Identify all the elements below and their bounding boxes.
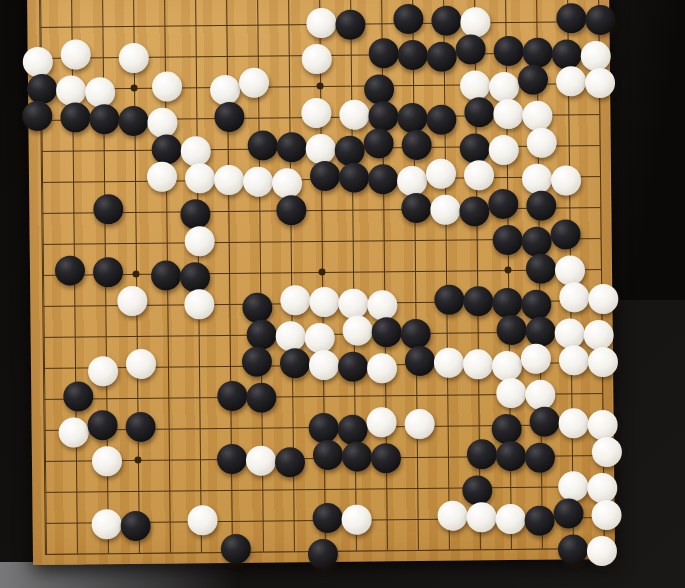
white-stone[interactable]	[23, 47, 53, 77]
white-stone[interactable]	[92, 446, 122, 476]
black-stone[interactable]	[558, 534, 588, 564]
star-point	[132, 270, 139, 277]
white-stone[interactable]	[341, 504, 371, 534]
black-stone[interactable]	[217, 381, 247, 411]
black-stone[interactable]	[522, 227, 552, 257]
black-stone[interactable]	[405, 346, 435, 376]
black-stone[interactable]	[364, 74, 394, 104]
black-stone[interactable]	[214, 102, 244, 132]
star-point	[131, 84, 138, 91]
white-stone[interactable]	[527, 128, 557, 158]
white-stone[interactable]	[404, 409, 434, 439]
black-stone[interactable]	[524, 506, 554, 536]
white-stone[interactable]	[558, 408, 588, 438]
black-stone[interactable]	[180, 199, 210, 229]
white-stone[interactable]	[305, 323, 335, 353]
white-stone[interactable]	[489, 135, 519, 165]
black-stone[interactable]	[151, 260, 181, 290]
white-stone[interactable]	[246, 445, 276, 475]
white-stone[interactable]	[61, 39, 91, 69]
white-stone[interactable]	[558, 471, 588, 501]
black-stone[interactable]	[521, 290, 551, 320]
white-stone[interactable]	[306, 134, 336, 164]
black-stone[interactable]	[246, 382, 276, 412]
black-stone[interactable]	[456, 34, 486, 64]
white-stone[interactable]	[555, 318, 585, 348]
white-stone[interactable]	[56, 75, 86, 105]
white-stone[interactable]	[152, 71, 182, 101]
floor-surface	[0, 562, 240, 588]
black-stone[interactable]	[467, 439, 497, 469]
black-stone[interactable]	[402, 130, 432, 160]
black-stone[interactable]	[426, 105, 456, 135]
black-stone[interactable]	[93, 194, 123, 224]
black-stone[interactable]	[55, 255, 85, 285]
background-shadow	[605, 0, 685, 300]
white-stone[interactable]	[309, 350, 339, 380]
white-stone[interactable]	[556, 66, 586, 96]
black-stone[interactable]	[462, 475, 492, 505]
white-stone[interactable]	[521, 344, 551, 374]
black-stone[interactable]	[87, 410, 117, 440]
white-stone[interactable]	[559, 282, 589, 312]
white-stone[interactable]	[434, 348, 464, 378]
black-stone[interactable]	[125, 412, 155, 442]
white-stone[interactable]	[306, 8, 336, 38]
black-stone[interactable]	[63, 381, 93, 411]
black-stone[interactable]	[180, 262, 210, 292]
white-stone[interactable]	[591, 500, 621, 530]
black-stone[interactable]	[525, 317, 555, 347]
black-stone[interactable]	[368, 101, 398, 131]
white-stone[interactable]	[464, 160, 494, 190]
white-stone[interactable]	[91, 509, 121, 539]
white-stone[interactable]	[463, 349, 493, 379]
white-stone[interactable]	[430, 195, 460, 225]
white-stone[interactable]	[214, 165, 244, 195]
white-stone[interactable]	[309, 287, 339, 317]
black-stone[interactable]	[368, 164, 398, 194]
white-stone[interactable]	[88, 356, 118, 386]
white-stone[interactable]	[495, 504, 525, 534]
black-stone[interactable]	[342, 441, 372, 471]
black-stone[interactable]	[496, 315, 526, 345]
star-point	[317, 82, 324, 89]
black-stone[interactable]	[525, 443, 555, 473]
black-stone[interactable]	[526, 191, 556, 221]
black-stone[interactable]	[248, 130, 278, 160]
white-stone[interactable]	[522, 101, 552, 131]
black-stone[interactable]	[339, 162, 369, 192]
white-stone[interactable]	[272, 168, 302, 198]
black-stone[interactable]	[523, 38, 553, 68]
black-stone[interactable]	[496, 441, 526, 471]
black-stone[interactable]	[338, 415, 368, 445]
white-stone[interactable]	[496, 378, 526, 408]
white-stone[interactable]	[184, 289, 214, 319]
black-stone[interactable]	[280, 348, 310, 378]
white-stone[interactable]	[588, 347, 618, 377]
black-stone[interactable]	[550, 219, 580, 249]
white-stone[interactable]	[342, 315, 372, 345]
white-stone[interactable]	[587, 410, 617, 440]
white-stone[interactable]	[147, 162, 177, 192]
black-stone[interactable]	[393, 4, 423, 34]
white-stone[interactable]	[119, 43, 149, 73]
white-stone[interactable]	[492, 351, 522, 381]
white-stone[interactable]	[426, 159, 456, 189]
black-stone[interactable]	[277, 132, 307, 162]
black-stone[interactable]	[275, 447, 305, 477]
white-stone[interactable]	[460, 7, 490, 37]
black-stone[interactable]	[364, 128, 394, 158]
white-stone[interactable]	[210, 75, 240, 105]
white-stone[interactable]	[367, 353, 397, 383]
black-stone[interactable]	[401, 319, 431, 349]
white-stone[interactable]	[522, 164, 552, 194]
white-stone[interactable]	[147, 107, 177, 137]
white-stone[interactable]	[581, 41, 611, 71]
white-stone[interactable]	[126, 349, 156, 379]
photo-scene	[0, 0, 685, 588]
board-grid[interactable]	[39, 0, 605, 555]
black-stone[interactable]	[312, 503, 342, 533]
black-stone[interactable]	[556, 3, 586, 33]
black-stone[interactable]	[371, 317, 401, 347]
black-stone[interactable]	[308, 413, 338, 443]
white-stone[interactable]	[185, 163, 215, 193]
black-stone[interactable]	[553, 498, 583, 528]
black-stone[interactable]	[431, 6, 461, 36]
white-stone[interactable]	[301, 98, 331, 128]
black-stone[interactable]	[118, 106, 148, 136]
black-stone[interactable]	[308, 539, 338, 569]
black-stone[interactable]	[221, 534, 251, 564]
black-stone[interactable]	[398, 40, 428, 70]
black-stone[interactable]	[242, 347, 272, 377]
black-stone[interactable]	[464, 97, 494, 127]
black-stone[interactable]	[310, 161, 340, 191]
black-stone[interactable]	[526, 254, 556, 284]
white-stone[interactable]	[181, 136, 211, 166]
black-stone[interactable]	[492, 414, 522, 444]
white-stone[interactable]	[588, 284, 618, 314]
black-stone[interactable]	[22, 101, 52, 131]
white-stone[interactable]	[59, 417, 89, 447]
white-stone[interactable]	[466, 502, 496, 532]
black-stone[interactable]	[585, 5, 615, 35]
white-stone[interactable]	[460, 70, 490, 100]
black-stone[interactable]	[152, 134, 182, 164]
white-stone[interactable]	[559, 345, 589, 375]
white-stone[interactable]	[555, 255, 585, 285]
white-stone[interactable]	[587, 536, 617, 566]
white-stone[interactable]	[85, 77, 115, 107]
white-stone[interactable]	[276, 321, 306, 351]
black-stone[interactable]	[93, 257, 123, 287]
black-stone[interactable]	[121, 511, 151, 541]
black-stone[interactable]	[338, 352, 368, 382]
black-stone[interactable]	[492, 288, 522, 318]
black-stone[interactable]	[552, 39, 582, 69]
black-stone[interactable]	[493, 225, 523, 255]
black-stone[interactable]	[242, 293, 272, 323]
black-stone[interactable]	[401, 193, 431, 223]
black-stone[interactable]	[89, 104, 119, 134]
black-stone[interactable]	[313, 440, 343, 470]
white-stone[interactable]	[302, 44, 332, 74]
white-stone[interactable]	[585, 68, 615, 98]
black-stone[interactable]	[529, 407, 559, 437]
white-stone[interactable]	[367, 290, 397, 320]
white-stone[interactable]	[493, 99, 523, 129]
white-stone[interactable]	[280, 285, 310, 315]
black-stone[interactable]	[27, 74, 57, 104]
black-stone[interactable]	[371, 443, 401, 473]
white-stone[interactable]	[339, 99, 369, 129]
white-stone[interactable]	[366, 407, 396, 437]
white-stone[interactable]	[243, 166, 273, 196]
black-stone[interactable]	[60, 102, 90, 132]
black-stone[interactable]	[427, 42, 457, 72]
star-point	[504, 267, 511, 274]
white-stone[interactable]	[338, 289, 368, 319]
black-stone[interactable]	[460, 133, 490, 163]
black-stone[interactable]	[434, 285, 464, 315]
black-stone[interactable]	[494, 36, 524, 66]
black-stone[interactable]	[488, 189, 518, 219]
black-stone[interactable]	[518, 65, 548, 95]
white-stone[interactable]	[587, 473, 617, 503]
black-stone[interactable]	[369, 38, 399, 68]
star-point	[134, 456, 141, 463]
white-stone[interactable]	[185, 226, 215, 256]
white-stone[interactable]	[489, 72, 519, 102]
black-stone[interactable]	[335, 136, 365, 166]
white-stone[interactable]	[239, 68, 269, 98]
black-stone[interactable]	[397, 103, 427, 133]
white-stone[interactable]	[592, 437, 622, 467]
black-stone[interactable]	[463, 286, 493, 316]
black-stone[interactable]	[335, 10, 365, 40]
black-stone[interactable]	[276, 195, 306, 225]
white-stone[interactable]	[187, 505, 217, 535]
white-stone[interactable]	[584, 320, 614, 350]
black-stone[interactable]	[217, 444, 247, 474]
black-stone[interactable]	[459, 196, 489, 226]
white-stone[interactable]	[437, 500, 467, 530]
white-stone[interactable]	[397, 166, 427, 196]
black-stone[interactable]	[247, 319, 277, 349]
white-stone[interactable]	[525, 380, 555, 410]
star-point	[318, 268, 325, 275]
go-board	[27, 0, 615, 565]
white-stone[interactable]	[117, 286, 147, 316]
white-stone[interactable]	[551, 165, 581, 195]
